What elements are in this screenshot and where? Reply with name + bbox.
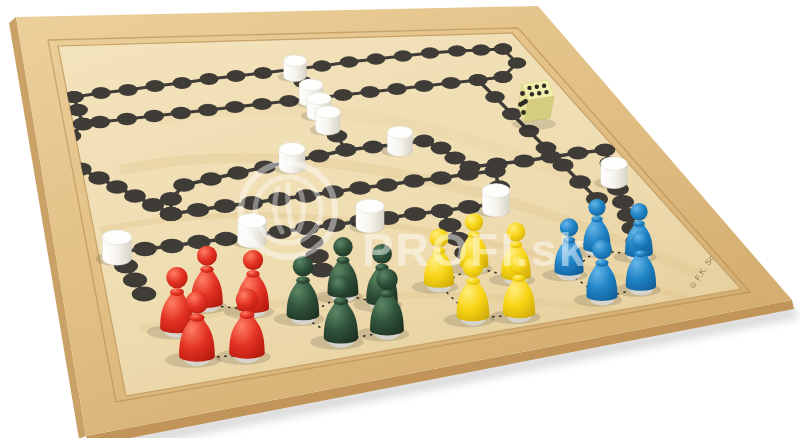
track-dot (200, 73, 219, 85)
track-dot (552, 158, 573, 171)
track-dot (469, 74, 488, 86)
track-dot (430, 171, 452, 184)
track-dot (252, 98, 272, 110)
track-dot (118, 84, 137, 96)
track-dot (132, 286, 157, 301)
track-dot (172, 77, 191, 89)
track-dot (394, 50, 412, 61)
track-dot (403, 174, 425, 187)
track-dot (494, 71, 513, 83)
track-dot (214, 199, 236, 213)
track-dot (404, 207, 427, 221)
track-dot (160, 207, 183, 221)
track-dot (123, 273, 147, 288)
track-dot (73, 118, 93, 131)
track-dot (88, 171, 110, 184)
track-dot (133, 242, 156, 257)
track-dot (227, 70, 246, 82)
track-dot (254, 67, 273, 79)
scene: © F.K. Schmid PROFI.sk (0, 0, 800, 438)
track-dot (569, 175, 591, 188)
track-dot (106, 180, 128, 194)
track-dot (457, 167, 479, 180)
track-dot (494, 43, 512, 54)
track-dot (171, 107, 191, 119)
track-dot (612, 195, 634, 209)
track-dot (421, 47, 439, 58)
track-dot (363, 141, 384, 154)
track-dot (367, 53, 386, 64)
track-dot (387, 83, 406, 95)
track-dot (91, 87, 110, 99)
track-dot (200, 172, 222, 185)
track-dot (173, 178, 195, 192)
track-dot (225, 101, 245, 113)
track-dot (502, 108, 522, 120)
track-dot (227, 166, 248, 179)
track-dot (414, 135, 435, 148)
track-dot (485, 91, 505, 103)
track-dot (340, 56, 359, 68)
track-dot (513, 154, 534, 167)
track-dot (472, 44, 490, 55)
track-dot (313, 60, 332, 72)
track-dot (431, 142, 452, 155)
watermark-text: PROFI.sk (362, 223, 587, 276)
track-dot (144, 110, 164, 122)
track-dot (142, 198, 164, 212)
track-dot (90, 116, 110, 129)
track-dot (198, 104, 218, 116)
track-dot (124, 189, 146, 203)
track-dot (568, 147, 589, 160)
track-dot (117, 113, 137, 125)
game-board-photo: © F.K. Schmid PROFI.sk (0, 0, 800, 438)
track-dot (333, 89, 352, 101)
track-dot (360, 86, 379, 98)
track-dot (336, 144, 357, 157)
track-dot (349, 181, 371, 195)
track-dot (309, 150, 330, 163)
track-dot (376, 178, 398, 192)
track-dot (441, 77, 460, 89)
track-dot (536, 142, 557, 155)
track-dot (414, 80, 433, 92)
track-dot (484, 164, 505, 177)
track-dot (187, 203, 209, 217)
track-dot (448, 45, 466, 56)
track-dot (508, 57, 527, 69)
track-dot (145, 80, 164, 92)
track-dot (595, 144, 616, 157)
track-dot (160, 239, 183, 254)
track-dot (431, 204, 453, 218)
